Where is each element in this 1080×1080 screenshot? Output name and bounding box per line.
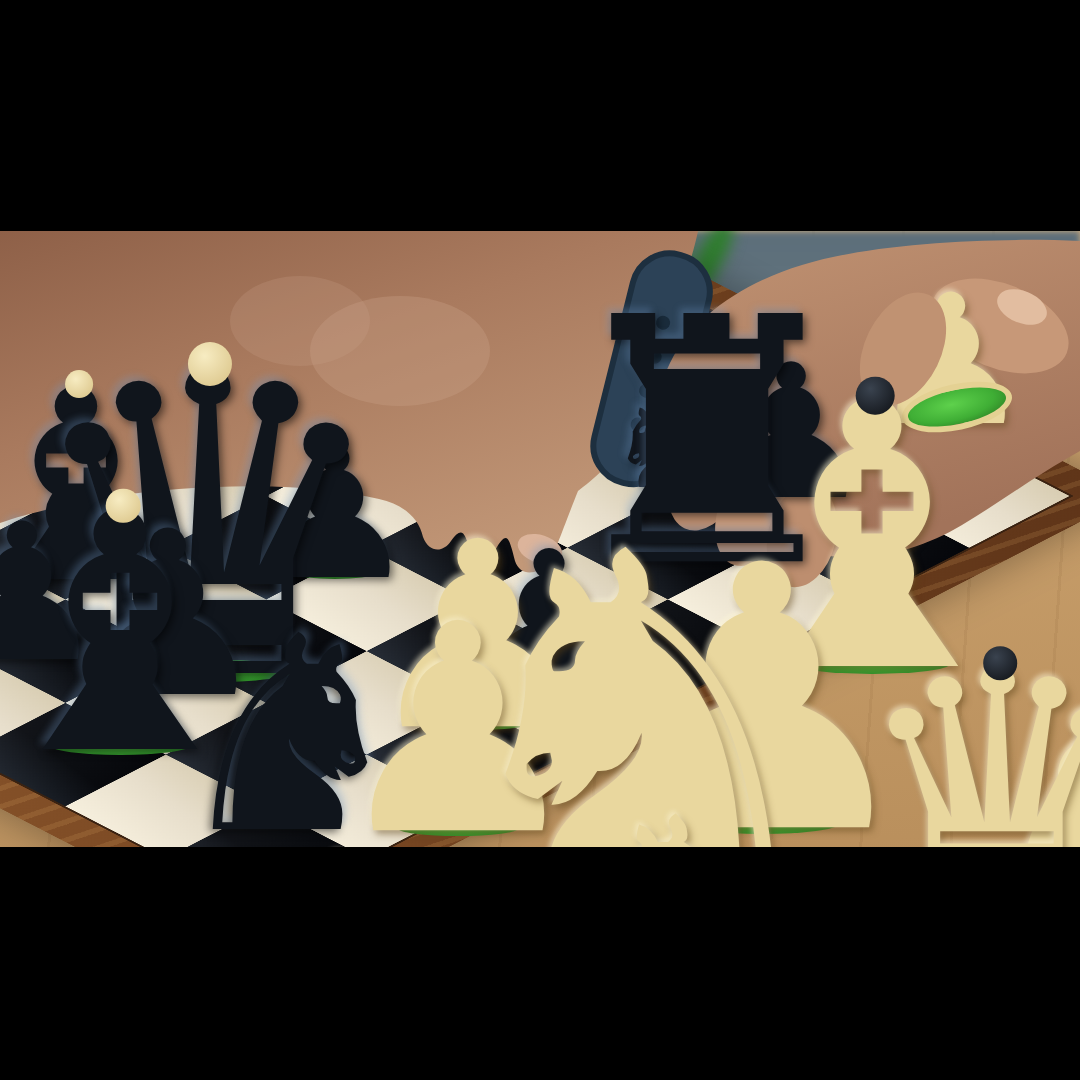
piece-white-knight: ♞ bbox=[575, 786, 790, 847]
finial-ball bbox=[983, 646, 1017, 680]
finial-ball bbox=[856, 376, 895, 415]
finial-ball bbox=[106, 488, 141, 523]
piece-white-pawn: ♟ bbox=[238, 825, 444, 848]
letterbox-bottom bbox=[0, 847, 1080, 1080]
piece-white-queen: ♛ bbox=[854, 628, 1080, 847]
video-frame: ♟♝♝♟♛♟♞♟♞♜♟♟♟♟♞♝♛♞♟♟♟ bbox=[0, 0, 1080, 1080]
photo-area: ♟♝♝♟♛♟♞♟♞♜♟♟♟♟♞♝♛♞♟♟♟ bbox=[0, 231, 1080, 847]
finial-ball bbox=[188, 342, 232, 386]
letterbox-top bbox=[0, 0, 1080, 231]
